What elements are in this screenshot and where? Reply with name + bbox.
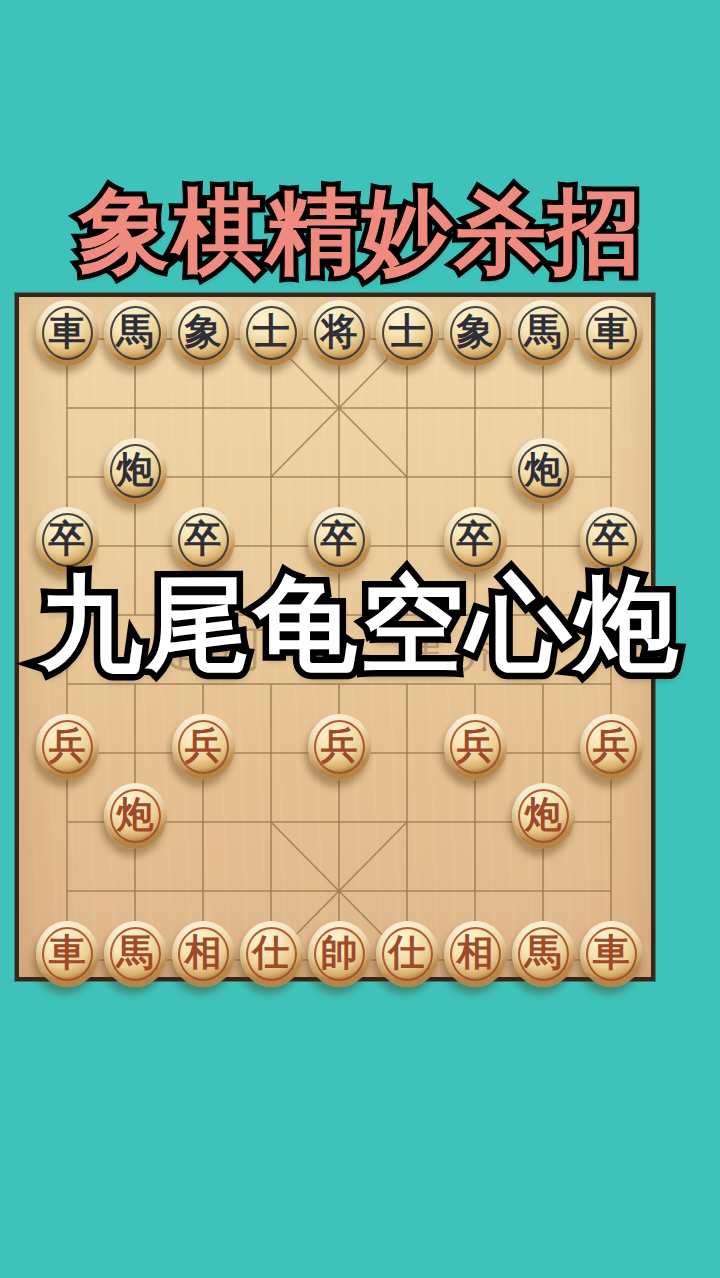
piece-glyph: 馬 (525, 934, 562, 971)
piece-glyph: 兵 (593, 727, 630, 764)
piece-glyph: 士 (253, 313, 290, 350)
piece-black-r-f1r1[interactable]: 車 (36, 300, 99, 366)
piece-black-p-f9r4[interactable]: 卒 (580, 507, 643, 573)
piece-glyph: 炮 (525, 451, 562, 488)
piece-red-K-f5r10[interactable]: 帥 (308, 921, 371, 987)
piece-black-a-f4r1[interactable]: 士 (240, 300, 303, 366)
piece-glyph: 象 (457, 313, 494, 350)
piece-black-p-f7r4[interactable]: 卒 (444, 507, 507, 573)
page-title: 象棋精妙杀招 象棋精妙杀招 (0, 186, 720, 278)
piece-glyph: 炮 (117, 796, 154, 833)
piece-glyph: 兵 (49, 727, 86, 764)
piece-red-N-f8r10[interactable]: 馬 (512, 921, 575, 987)
piece-glyph: 馬 (525, 313, 562, 350)
piece-red-A-f6r10[interactable]: 仕 (376, 921, 439, 987)
piece-glyph: 相 (185, 934, 222, 971)
piece-glyph: 兵 (321, 727, 358, 764)
caption-text: 九尾龟空心炮 (39, 566, 681, 682)
piece-black-b-f7r1[interactable]: 象 (444, 300, 507, 366)
piece-red-C-f2r8[interactable]: 炮 (104, 783, 167, 849)
piece-black-k-f5r1[interactable]: 将 (308, 300, 371, 366)
piece-glyph: 卒 (185, 520, 222, 557)
piece-glyph: 車 (49, 313, 86, 350)
piece-glyph: 車 (49, 934, 86, 971)
caption-overlay: 九尾龟空心炮 九尾龟空心炮 (0, 570, 720, 679)
piece-glyph: 将 (321, 313, 358, 350)
piece-glyph: 象 (185, 313, 222, 350)
piece-glyph: 仕 (253, 934, 290, 971)
piece-red-R-f1r10[interactable]: 車 (36, 921, 99, 987)
piece-red-R-f9r10[interactable]: 車 (580, 921, 643, 987)
piece-glyph: 兵 (457, 727, 494, 764)
piece-glyph: 炮 (117, 451, 154, 488)
piece-glyph: 士 (389, 313, 426, 350)
piece-black-p-f5r4[interactable]: 卒 (308, 507, 371, 573)
piece-black-r-f9r1[interactable]: 車 (580, 300, 643, 366)
piece-glyph: 卒 (593, 520, 630, 557)
piece-glyph: 卒 (321, 520, 358, 557)
piece-glyph: 馬 (117, 313, 154, 350)
piece-black-n-f2r1[interactable]: 馬 (104, 300, 167, 366)
piece-glyph: 仕 (389, 934, 426, 971)
page-title-text: 象棋精妙杀招 (78, 181, 642, 283)
piece-black-b-f3r1[interactable]: 象 (172, 300, 235, 366)
piece-glyph: 炮 (525, 796, 562, 833)
piece-glyph: 馬 (117, 934, 154, 971)
piece-glyph: 車 (593, 313, 630, 350)
piece-glyph: 相 (457, 934, 494, 971)
piece-glyph: 車 (593, 934, 630, 971)
piece-red-C-f8r8[interactable]: 炮 (512, 783, 575, 849)
piece-glyph: 帥 (321, 934, 358, 971)
piece-black-n-f8r1[interactable]: 馬 (512, 300, 575, 366)
piece-red-P-f3r7[interactable]: 兵 (172, 714, 235, 780)
piece-red-B-f7r10[interactable]: 相 (444, 921, 507, 987)
piece-black-p-f3r4[interactable]: 卒 (172, 507, 235, 573)
piece-red-B-f3r10[interactable]: 相 (172, 921, 235, 987)
piece-black-c-f2r3[interactable]: 炮 (104, 438, 167, 504)
piece-red-N-f2r10[interactable]: 馬 (104, 921, 167, 987)
piece-red-P-f5r7[interactable]: 兵 (308, 714, 371, 780)
piece-glyph: 卒 (457, 520, 494, 557)
piece-glyph: 兵 (185, 727, 222, 764)
piece-red-A-f4r10[interactable]: 仕 (240, 921, 303, 987)
video-frame: 象棋精妙杀招 象棋精妙杀招 楚河 漢界 車馬象士将士象馬車炮炮卒卒卒卒卒兵兵兵兵… (0, 0, 720, 1278)
piece-glyph: 卒 (49, 520, 86, 557)
piece-black-a-f6r1[interactable]: 士 (376, 300, 439, 366)
piece-red-P-f7r7[interactable]: 兵 (444, 714, 507, 780)
piece-black-p-f1r4[interactable]: 卒 (36, 507, 99, 573)
piece-red-P-f9r7[interactable]: 兵 (580, 714, 643, 780)
piece-red-P-f1r7[interactable]: 兵 (36, 714, 99, 780)
piece-black-c-f8r3[interactable]: 炮 (512, 438, 575, 504)
